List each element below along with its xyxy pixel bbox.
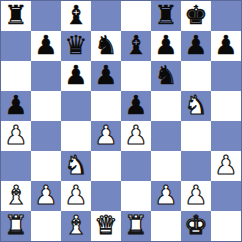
square-c1[interactable]: ♝ — [61, 211, 91, 241]
square-e2[interactable] — [121, 181, 151, 211]
square-d8[interactable] — [91, 1, 121, 31]
square-b8[interactable] — [31, 1, 61, 31]
square-d2[interactable] — [91, 181, 121, 211]
square-b2[interactable]: ♟ — [31, 181, 61, 211]
square-g6[interactable] — [181, 61, 211, 91]
piece-white-pawn[interactable]: ♟ — [184, 182, 207, 208]
square-g7[interactable]: ♟ — [181, 31, 211, 61]
square-b3[interactable] — [31, 151, 61, 181]
piece-white-knight[interactable]: ♞ — [184, 92, 207, 118]
square-g2[interactable]: ♟ — [181, 181, 211, 211]
piece-black-pawn[interactable]: ♟ — [4, 92, 27, 118]
square-g4[interactable] — [181, 121, 211, 151]
square-f7[interactable]: ♟ — [151, 31, 181, 61]
piece-white-pawn[interactable]: ♟ — [4, 122, 27, 148]
square-h7[interactable]: ♟ — [211, 31, 241, 61]
piece-white-bishop[interactable]: ♝ — [4, 182, 27, 208]
piece-black-king[interactable]: ♚ — [184, 2, 207, 28]
piece-white-pawn[interactable]: ♟ — [34, 182, 57, 208]
square-c5[interactable] — [61, 91, 91, 121]
piece-white-pawn[interactable]: ♟ — [154, 182, 177, 208]
piece-white-pawn[interactable]: ♟ — [94, 122, 117, 148]
square-e3[interactable] — [121, 151, 151, 181]
square-f6[interactable]: ♞ — [151, 61, 181, 91]
piece-black-queen[interactable]: ♛ — [64, 32, 87, 58]
piece-black-knight[interactable]: ♞ — [94, 32, 117, 58]
square-a3[interactable] — [1, 151, 31, 181]
square-a6[interactable] — [1, 61, 31, 91]
piece-black-pawn[interactable]: ♟ — [94, 62, 117, 88]
piece-black-rook[interactable]: ♜ — [154, 2, 177, 28]
square-d5[interactable] — [91, 91, 121, 121]
square-a8[interactable]: ♜ — [1, 1, 31, 31]
square-c4[interactable] — [61, 121, 91, 151]
piece-black-pawn[interactable]: ♟ — [154, 32, 177, 58]
piece-white-pawn[interactable]: ♟ — [124, 122, 147, 148]
piece-black-rook[interactable]: ♜ — [4, 2, 27, 28]
square-b4[interactable] — [31, 121, 61, 151]
piece-black-knight[interactable]: ♞ — [154, 62, 177, 88]
square-d4[interactable]: ♟ — [91, 121, 121, 151]
piece-black-pawn[interactable]: ♟ — [214, 32, 237, 58]
square-g3[interactable] — [181, 151, 211, 181]
square-c8[interactable]: ♝ — [61, 1, 91, 31]
square-g8[interactable]: ♚ — [181, 1, 211, 31]
square-d3[interactable] — [91, 151, 121, 181]
square-e1[interactable]: ♜ — [121, 211, 151, 241]
square-f4[interactable] — [151, 121, 181, 151]
piece-white-bishop[interactable]: ♝ — [64, 212, 87, 238]
square-a7[interactable] — [1, 31, 31, 61]
square-a2[interactable]: ♝ — [1, 181, 31, 211]
square-b5[interactable] — [31, 91, 61, 121]
square-f8[interactable]: ♜ — [151, 1, 181, 31]
piece-black-bishop[interactable]: ♝ — [124, 32, 147, 58]
square-b1[interactable] — [31, 211, 61, 241]
square-d6[interactable]: ♟ — [91, 61, 121, 91]
piece-black-pawn[interactable]: ♟ — [124, 92, 147, 118]
square-h2[interactable] — [211, 181, 241, 211]
square-e4[interactable]: ♟ — [121, 121, 151, 151]
square-h3[interactable]: ♟ — [211, 151, 241, 181]
piece-white-knight[interactable]: ♞ — [64, 152, 87, 178]
piece-black-pawn[interactable]: ♟ — [34, 32, 57, 58]
square-h5[interactable] — [211, 91, 241, 121]
piece-white-pawn[interactable]: ♟ — [64, 182, 87, 208]
piece-white-rook[interactable]: ♜ — [124, 212, 147, 238]
square-f2[interactable]: ♟ — [151, 181, 181, 211]
piece-white-king[interactable]: ♚ — [184, 212, 207, 238]
square-d1[interactable]: ♛ — [91, 211, 121, 241]
square-h4[interactable] — [211, 121, 241, 151]
square-h6[interactable] — [211, 61, 241, 91]
piece-black-pawn[interactable]: ♟ — [64, 62, 87, 88]
piece-black-pawn[interactable]: ♟ — [184, 32, 207, 58]
square-c2[interactable]: ♟ — [61, 181, 91, 211]
square-c7[interactable]: ♛ — [61, 31, 91, 61]
square-e5[interactable]: ♟ — [121, 91, 151, 121]
square-h8[interactable] — [211, 1, 241, 31]
square-a5[interactable]: ♟ — [1, 91, 31, 121]
piece-white-pawn[interactable]: ♟ — [214, 152, 237, 178]
piece-black-bishop[interactable]: ♝ — [64, 2, 87, 28]
square-b7[interactable]: ♟ — [31, 31, 61, 61]
square-f1[interactable] — [151, 211, 181, 241]
square-g5[interactable]: ♞ — [181, 91, 211, 121]
square-f3[interactable] — [151, 151, 181, 181]
piece-white-queen[interactable]: ♛ — [94, 212, 117, 238]
chess-board: ♜♝♜♚♟♛♞♝♟♟♟♟♟♞♟♟♞♟♟♟♞♟♝♟♟♟♟♜♝♛♜♚ — [0, 0, 242, 242]
square-c6[interactable]: ♟ — [61, 61, 91, 91]
square-a4[interactable]: ♟ — [1, 121, 31, 151]
square-c3[interactable]: ♞ — [61, 151, 91, 181]
square-a1[interactable]: ♜ — [1, 211, 31, 241]
square-h1[interactable] — [211, 211, 241, 241]
square-e6[interactable] — [121, 61, 151, 91]
square-e7[interactable]: ♝ — [121, 31, 151, 61]
square-e8[interactable] — [121, 1, 151, 31]
square-b6[interactable] — [31, 61, 61, 91]
square-d7[interactable]: ♞ — [91, 31, 121, 61]
square-g1[interactable]: ♚ — [181, 211, 211, 241]
piece-white-rook[interactable]: ♜ — [4, 212, 27, 238]
square-f5[interactable] — [151, 91, 181, 121]
